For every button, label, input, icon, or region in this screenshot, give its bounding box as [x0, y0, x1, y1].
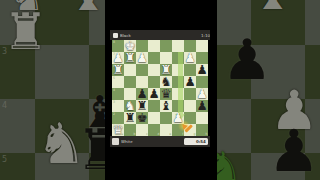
rank-coordinate: 8	[113, 41, 115, 44]
player-bar: White 0:54	[110, 136, 210, 147]
black-pawn[interactable]: ♟	[196, 64, 208, 76]
square-h1[interactable]: h	[196, 124, 208, 136]
player-clock: 0:54	[184, 138, 208, 145]
opponent-name: Black	[120, 33, 131, 38]
white-queen[interactable]: ♛	[112, 124, 124, 136]
square-b1[interactable]: b	[124, 124, 136, 136]
square-e8[interactable]	[160, 40, 172, 52]
square-f8[interactable]	[172, 40, 184, 52]
square-d3[interactable]	[148, 100, 160, 112]
square-a4[interactable]: 4	[112, 88, 124, 100]
white-pawn[interactable]: ♟	[172, 112, 184, 124]
square-d1[interactable]: d	[148, 124, 160, 136]
white-rook[interactable]: ♜	[124, 52, 136, 64]
black-pawn[interactable]: ♟	[196, 100, 208, 112]
black-bishop[interactable]: ♝	[160, 100, 172, 112]
square-d2[interactable]	[148, 112, 160, 124]
square-g4[interactable]	[184, 88, 196, 100]
black-rook[interactable]: ♜	[124, 112, 136, 124]
rank-coordinate: 2	[113, 113, 115, 116]
square-a3[interactable]: 3	[112, 100, 124, 112]
square-h8[interactable]	[196, 40, 208, 52]
square-a5[interactable]: 5	[112, 76, 124, 88]
rank-coordinate: 3	[113, 101, 115, 104]
square-b5[interactable]	[124, 76, 136, 88]
square-c1[interactable]: c	[136, 124, 148, 136]
opponent-clock: 1:10	[201, 33, 210, 38]
engine-arrow-f-file	[178, 52, 183, 114]
square-b6[interactable]	[124, 64, 136, 76]
chess-board[interactable]: hgfedcb1a2345678 ♚♟♜♟♟♜♜♟♞♟♟♟♛♟♞♜♝♟♜♚♟♛	[112, 40, 208, 136]
black-pawn[interactable]: ♟	[148, 88, 160, 100]
white-pawn[interactable]: ♟	[184, 52, 196, 64]
player-avatar	[112, 138, 119, 145]
square-d7[interactable]	[148, 52, 160, 64]
black-king[interactable]: ♚	[136, 112, 148, 124]
square-e2[interactable]	[160, 112, 172, 124]
square-e1[interactable]: e	[160, 124, 172, 136]
square-h2[interactable]	[196, 112, 208, 124]
black-pawn[interactable]: ♟	[184, 76, 196, 88]
square-c6[interactable]	[136, 64, 148, 76]
square-d8[interactable]	[148, 40, 160, 52]
square-d6[interactable]	[148, 64, 160, 76]
player-name: White	[121, 139, 133, 144]
chess-app-window: Black 1:10 hgfedcb1a2345678 ♚♟♜♟♟♜♜♟♞♟♟♟…	[110, 30, 210, 147]
white-rook[interactable]: ♜	[112, 64, 124, 76]
white-pawn[interactable]: ♟	[136, 52, 148, 64]
opponent-avatar	[113, 33, 118, 38]
rank-coordinate: 4	[113, 89, 115, 92]
square-g3[interactable]	[184, 100, 196, 112]
